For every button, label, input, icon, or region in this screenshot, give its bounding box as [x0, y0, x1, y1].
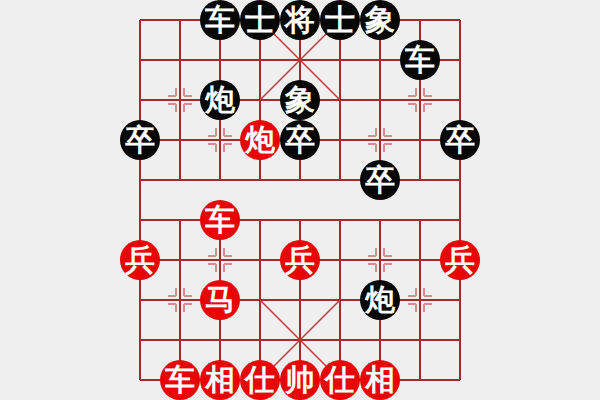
piece-black-advisor[interactable]: 士	[240, 0, 280, 40]
piece-black-elephant[interactable]: 象	[280, 80, 320, 120]
piece-red-soldier[interactable]: 兵	[440, 240, 480, 280]
piece-black-advisor[interactable]: 士	[320, 0, 360, 40]
piece-black-chariot[interactable]: 车	[400, 40, 440, 80]
pieces-layer: 车士将士象车炮象卒卒卒卒炮炮车兵兵兵马车相仕帅仕相	[0, 0, 600, 400]
piece-red-advisor[interactable]: 仕	[320, 360, 360, 400]
piece-black-soldier[interactable]: 卒	[280, 120, 320, 160]
piece-red-cannon[interactable]: 炮	[240, 120, 280, 160]
piece-black-soldier[interactable]: 卒	[360, 160, 400, 200]
piece-red-elephant[interactable]: 相	[360, 360, 400, 400]
piece-red-general[interactable]: 帅	[280, 360, 320, 400]
piece-black-elephant[interactable]: 象	[360, 0, 400, 40]
piece-red-horse[interactable]: 马	[200, 280, 240, 320]
piece-red-elephant[interactable]: 相	[200, 360, 240, 400]
piece-red-soldier[interactable]: 兵	[280, 240, 320, 280]
piece-red-chariot[interactable]: 车	[160, 360, 200, 400]
piece-red-chariot[interactable]: 车	[200, 200, 240, 240]
piece-black-soldier[interactable]: 卒	[120, 120, 160, 160]
xiangqi-board: 车士将士象车炮象卒卒卒卒炮炮车兵兵兵马车相仕帅仕相	[0, 0, 600, 400]
piece-red-soldier[interactable]: 兵	[120, 240, 160, 280]
piece-red-advisor[interactable]: 仕	[240, 360, 280, 400]
piece-black-chariot[interactable]: 车	[200, 0, 240, 40]
piece-black-cannon[interactable]: 炮	[200, 80, 240, 120]
piece-black-soldier[interactable]: 卒	[440, 120, 480, 160]
piece-black-cannon[interactable]: 炮	[360, 280, 400, 320]
piece-black-general[interactable]: 将	[280, 0, 320, 40]
